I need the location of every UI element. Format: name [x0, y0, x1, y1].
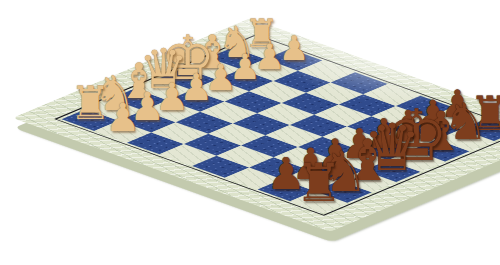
- chess-set-photo: ♜♞♝♛♚♝♞♜♟♟♟♟♟♟♟♟♟♟♟♟♟♟♟♟♜♞♝♛♚♝♞♜: [0, 0, 500, 265]
- pieces-layer: ♜♞♝♛♚♝♞♜♟♟♟♟♟♟♟♟♟♟♟♟♟♟♟♟♜♞♝♛♚♝♞♜: [0, 0, 500, 265]
- piece-white-pawn: ♟: [105, 98, 140, 137]
- piece-black-rook: ♜: [295, 156, 343, 209]
